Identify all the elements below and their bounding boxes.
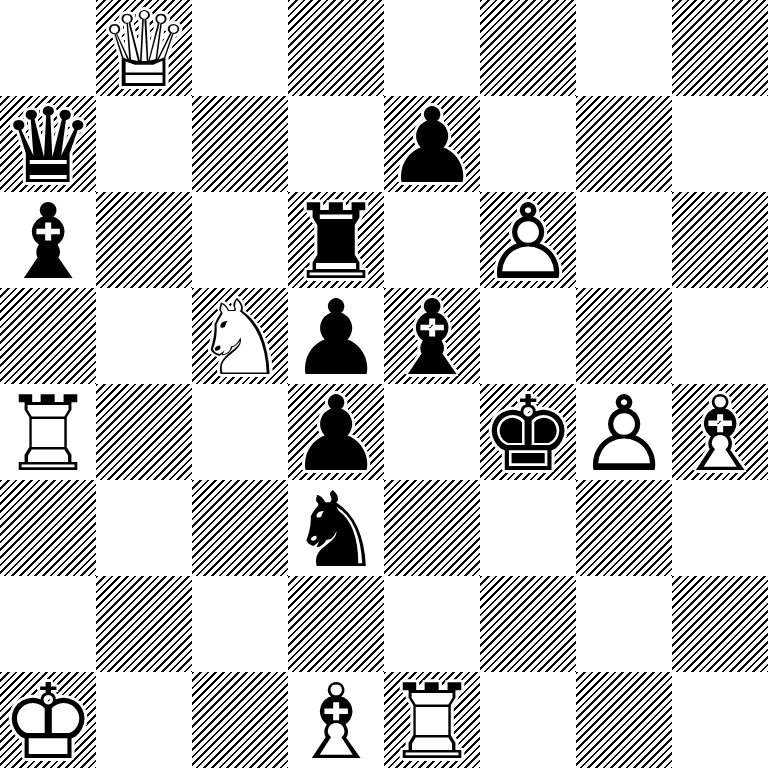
square-a4[interactable]: ♜♖ — [0, 384, 96, 480]
square-h8[interactable] — [672, 0, 768, 96]
square-a6[interactable]: ♝♝ — [0, 192, 96, 288]
black-knight[interactable]: ♞♞ — [288, 480, 384, 576]
square-b7[interactable] — [96, 96, 192, 192]
chess-board: ♛♕♛♛♟♟♝♝♜♜♟♙♞♘♟♟♝♝♜♖♟♟♚♚♟♙♝♗♞♞♚♔♝♗♜♖ — [0, 0, 768, 768]
square-g7[interactable] — [576, 96, 672, 192]
square-d6[interactable]: ♜♜ — [288, 192, 384, 288]
white-rook[interactable]: ♜♖ — [0, 384, 96, 480]
white-pawn[interactable]: ♟♙ — [480, 192, 576, 288]
piece-outline: ♕ — [96, 2, 192, 98]
square-e7[interactable]: ♟♟ — [384, 96, 480, 192]
piece-outline: ♚ — [480, 386, 576, 482]
square-e8[interactable] — [384, 0, 480, 96]
square-c3[interactable] — [192, 480, 288, 576]
piece-outline: ♗ — [288, 674, 384, 768]
square-d8[interactable] — [288, 0, 384, 96]
square-b6[interactable] — [96, 192, 192, 288]
piece-outline: ♞ — [288, 482, 384, 578]
square-h7[interactable] — [672, 96, 768, 192]
square-a2[interactable] — [0, 576, 96, 672]
white-knight[interactable]: ♞♘ — [192, 288, 288, 384]
square-f4[interactable]: ♚♚ — [480, 384, 576, 480]
square-d7[interactable] — [288, 96, 384, 192]
black-pawn[interactable]: ♟♟ — [288, 384, 384, 480]
square-a8[interactable] — [0, 0, 96, 96]
white-queen[interactable]: ♛♕ — [96, 0, 192, 96]
square-g1[interactable] — [576, 672, 672, 768]
black-rook[interactable]: ♜♜ — [288, 192, 384, 288]
black-pawn[interactable]: ♟♟ — [288, 288, 384, 384]
square-h3[interactable] — [672, 480, 768, 576]
square-b1[interactable] — [96, 672, 192, 768]
piece-outline: ♖ — [0, 386, 96, 482]
square-a3[interactable] — [0, 480, 96, 576]
square-f8[interactable] — [480, 0, 576, 96]
square-e2[interactable] — [384, 576, 480, 672]
square-f1[interactable] — [480, 672, 576, 768]
square-g5[interactable] — [576, 288, 672, 384]
white-pawn[interactable]: ♟♙ — [576, 384, 672, 480]
square-c6[interactable] — [192, 192, 288, 288]
square-b4[interactable] — [96, 384, 192, 480]
square-b2[interactable] — [96, 576, 192, 672]
square-g6[interactable] — [576, 192, 672, 288]
square-c2[interactable] — [192, 576, 288, 672]
square-e3[interactable] — [384, 480, 480, 576]
piece-outline: ♟ — [288, 290, 384, 386]
square-e1[interactable]: ♜♖ — [384, 672, 480, 768]
white-rook[interactable]: ♜♖ — [384, 672, 480, 768]
square-e4[interactable] — [384, 384, 480, 480]
square-d4[interactable]: ♟♟ — [288, 384, 384, 480]
piece-outline: ♛ — [0, 98, 96, 194]
piece-outline: ♜ — [288, 194, 384, 290]
square-b3[interactable] — [96, 480, 192, 576]
square-c8[interactable] — [192, 0, 288, 96]
piece-outline: ♗ — [672, 386, 768, 482]
white-bishop[interactable]: ♝♗ — [288, 672, 384, 768]
square-d2[interactable] — [288, 576, 384, 672]
square-g3[interactable] — [576, 480, 672, 576]
square-f3[interactable] — [480, 480, 576, 576]
square-g4[interactable]: ♟♙ — [576, 384, 672, 480]
square-a5[interactable] — [0, 288, 96, 384]
square-h1[interactable] — [672, 672, 768, 768]
square-g2[interactable] — [576, 576, 672, 672]
piece-outline: ♝ — [0, 194, 96, 290]
square-f2[interactable] — [480, 576, 576, 672]
piece-outline: ♘ — [192, 290, 288, 386]
white-king[interactable]: ♚♔ — [0, 672, 96, 768]
black-bishop[interactable]: ♝♝ — [0, 192, 96, 288]
piece-outline: ♟ — [384, 98, 480, 194]
square-d1[interactable]: ♝♗ — [288, 672, 384, 768]
square-a7[interactable]: ♛♛ — [0, 96, 96, 192]
black-king[interactable]: ♚♚ — [480, 384, 576, 480]
square-g8[interactable] — [576, 0, 672, 96]
square-h5[interactable] — [672, 288, 768, 384]
piece-outline: ♙ — [480, 194, 576, 290]
square-c5[interactable]: ♞♘ — [192, 288, 288, 384]
black-pawn[interactable]: ♟♟ — [384, 96, 480, 192]
square-c4[interactable] — [192, 384, 288, 480]
square-h2[interactable] — [672, 576, 768, 672]
white-bishop[interactable]: ♝♗ — [672, 384, 768, 480]
piece-outline: ♟ — [288, 386, 384, 482]
square-b8[interactable]: ♛♕ — [96, 0, 192, 96]
piece-outline: ♔ — [0, 674, 96, 768]
black-queen[interactable]: ♛♛ — [0, 96, 96, 192]
square-d3[interactable]: ♞♞ — [288, 480, 384, 576]
square-c7[interactable] — [192, 96, 288, 192]
square-f6[interactable]: ♟♙ — [480, 192, 576, 288]
piece-outline: ♖ — [384, 674, 480, 768]
square-e6[interactable] — [384, 192, 480, 288]
square-h6[interactable] — [672, 192, 768, 288]
black-bishop[interactable]: ♝♝ — [384, 288, 480, 384]
piece-outline: ♝ — [384, 290, 480, 386]
square-d5[interactable]: ♟♟ — [288, 288, 384, 384]
square-a1[interactable]: ♚♔ — [0, 672, 96, 768]
square-b5[interactable] — [96, 288, 192, 384]
square-h4[interactable]: ♝♗ — [672, 384, 768, 480]
square-c1[interactable] — [192, 672, 288, 768]
piece-outline: ♙ — [576, 386, 672, 482]
square-e5[interactable]: ♝♝ — [384, 288, 480, 384]
square-f7[interactable] — [480, 96, 576, 192]
square-f5[interactable] — [480, 288, 576, 384]
